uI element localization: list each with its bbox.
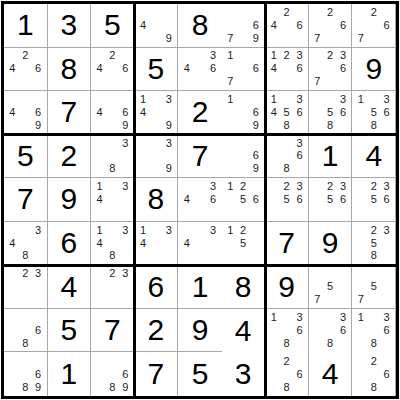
candidate-2: 2	[280, 180, 293, 193]
cell-r6c1[interactable]: 348	[4, 222, 48, 266]
cell-r4c7[interactable]: 368	[265, 135, 309, 179]
cell-r1c1[interactable]: 1	[4, 4, 48, 48]
candidate-1: 1	[354, 311, 367, 324]
cell-r1c2[interactable]: 3	[48, 4, 92, 48]
cell-r7c8[interactable]: 57	[309, 265, 353, 309]
cell-r3c7[interactable]: 134568	[265, 91, 309, 135]
candidate-6: 6	[380, 106, 393, 119]
cell-r3c3[interactable]: 469	[91, 91, 135, 135]
candidate-9: 9	[119, 119, 132, 132]
cell-value: 5	[17, 141, 34, 171]
pencil-marks: 679	[223, 5, 264, 46]
candidate-5: 5	[367, 193, 380, 206]
candidate-6: 6	[293, 19, 306, 32]
cell-r5c9[interactable]: 2356	[352, 178, 396, 222]
cell-value: 6	[60, 228, 77, 258]
candidate-7: 7	[311, 32, 324, 45]
candidate-2: 2	[280, 50, 293, 63]
candidate-3: 3	[119, 180, 132, 193]
cell-value: 4	[235, 316, 252, 346]
cell-value: 8	[60, 54, 77, 84]
pencil-marks: 134568	[266, 92, 307, 133]
candidate-3: 3	[119, 137, 132, 150]
cell-r1c8[interactable]: 267	[309, 4, 353, 48]
cell-r7c5[interactable]: 1	[178, 265, 222, 309]
pencil-marks: 469	[5, 92, 46, 133]
candidate-2: 2	[19, 50, 32, 63]
candidate-6: 6	[337, 62, 350, 75]
candidate-8: 8	[324, 119, 337, 132]
cell-r7c4[interactable]: 6	[135, 265, 179, 309]
candidate-8: 8	[106, 249, 119, 262]
cell-value: 4	[60, 272, 77, 302]
candidate-3: 3	[119, 267, 132, 280]
cell-value: 9	[60, 184, 77, 214]
cell-r9c9[interactable]: 268	[352, 352, 396, 396]
candidate-8: 8	[280, 162, 293, 175]
candidate-2: 2	[324, 50, 337, 63]
candidate-7: 7	[224, 75, 237, 88]
cell-r3c4[interactable]: 1349	[135, 91, 179, 135]
pencil-marks: 246	[5, 49, 46, 90]
candidate-6: 6	[380, 368, 393, 381]
pencil-marks: 246	[266, 5, 307, 46]
cell-r3c6[interactable]: 169	[222, 91, 266, 135]
cell-value: 9	[192, 315, 209, 345]
pencil-marks: 2356	[353, 179, 394, 220]
pencil-marks: 246	[92, 49, 133, 90]
candidate-6: 6	[32, 324, 45, 337]
candidate-6: 6	[293, 62, 306, 75]
candidate-3: 3	[207, 50, 220, 63]
candidate-4: 4	[137, 237, 150, 250]
pencil-marks: 34	[179, 223, 221, 264]
candidate-4: 4	[93, 193, 106, 206]
candidate-6: 6	[293, 150, 306, 163]
candidate-1: 1	[224, 180, 237, 193]
cell-value: 8	[192, 10, 209, 40]
candidate-6: 6	[380, 324, 393, 337]
pencil-marks: 57	[353, 266, 394, 307]
candidate-1: 1	[93, 224, 106, 237]
cell-value: 4	[322, 359, 339, 389]
pencil-marks: 268	[353, 353, 394, 395]
cell-value: 8	[148, 184, 165, 214]
candidate-4: 4	[180, 237, 193, 250]
cell-r2c2[interactable]: 8	[48, 48, 92, 92]
candidate-1: 1	[137, 93, 150, 106]
cell-r1c7[interactable]: 246	[265, 4, 309, 48]
cell-r2c6[interactable]: 167	[222, 48, 266, 92]
candidate-5: 5	[324, 106, 337, 119]
candidate-3: 3	[337, 50, 350, 63]
candidate-6: 6	[32, 62, 45, 75]
cell-value: 1	[60, 359, 77, 389]
candidate-1: 1	[267, 93, 280, 106]
cell-r8c4[interactable]: 2	[135, 309, 179, 353]
candidate-2: 2	[280, 354, 293, 367]
cell-value: 3	[235, 359, 252, 389]
candidate-7: 7	[354, 293, 367, 306]
cell-r5c1[interactable]: 7	[4, 178, 48, 222]
candidate-3: 3	[119, 224, 132, 237]
cell-r6c4[interactable]: 134	[135, 222, 179, 266]
cell-value: 9	[322, 228, 339, 258]
candidate-6: 6	[119, 62, 132, 75]
cell-r6c2[interactable]: 6	[48, 222, 92, 266]
candidate-5: 5	[237, 237, 250, 250]
cell-r8c1[interactable]: 68	[4, 309, 48, 353]
sudoku-app: 1354986792462672672468246534616712346236…	[0, 0, 400, 400]
candidate-2: 2	[324, 6, 337, 19]
cell-r6c7[interactable]: 7	[265, 222, 309, 266]
candidate-3: 3	[32, 267, 45, 280]
cell-value: 4	[365, 141, 382, 171]
candidate-9: 9	[32, 381, 45, 394]
cell-r9c5[interactable]: 5	[178, 352, 222, 396]
cell-r9c8[interactable]: 4	[309, 352, 353, 396]
cell-r7c2[interactable]: 4	[48, 265, 92, 309]
pencil-marks: 69	[223, 136, 264, 177]
candidate-6: 6	[249, 19, 262, 32]
pencil-marks: 2356	[310, 179, 351, 220]
candidate-1: 1	[224, 50, 237, 63]
candidate-9: 9	[249, 119, 262, 132]
cell-value: 9	[278, 272, 295, 302]
candidate-1: 1	[137, 224, 150, 237]
pencil-marks: 689	[92, 353, 133, 395]
cell-value: 7	[104, 315, 121, 345]
candidate-3: 3	[337, 311, 350, 324]
pencil-marks: 167	[223, 49, 264, 90]
pencil-marks: 1368	[353, 310, 394, 352]
pencil-marks: 23	[5, 266, 46, 307]
candidate-8: 8	[367, 119, 380, 132]
candidate-6: 6	[337, 106, 350, 119]
cell-r8c2[interactable]: 5	[48, 309, 92, 353]
candidate-2: 2	[106, 50, 119, 63]
pencil-marks: 469	[92, 92, 133, 133]
pencil-marks: 134	[136, 223, 177, 264]
cell-r8c3[interactable]: 7	[91, 309, 135, 353]
cell-value: 1	[322, 141, 339, 171]
cell-r2c5[interactable]: 346	[178, 48, 222, 92]
candidate-6: 6	[293, 106, 306, 119]
cell-r7c7[interactable]: 9	[265, 265, 309, 309]
candidate-2: 2	[237, 224, 250, 237]
cell-r9c4[interactable]: 7	[135, 352, 179, 396]
cell-r6c3[interactable]: 1348	[91, 222, 135, 266]
candidate-8: 8	[106, 381, 119, 394]
cell-r9c3[interactable]: 689	[91, 352, 135, 396]
candidate-9: 9	[162, 162, 175, 175]
cell-r8c7[interactable]: 1368	[265, 309, 309, 353]
candidate-3: 3	[293, 137, 306, 150]
candidate-6: 6	[207, 62, 220, 75]
pencil-marks: 689	[5, 353, 46, 395]
candidate-2: 2	[237, 180, 250, 193]
cell-r9c2[interactable]: 1	[48, 352, 92, 396]
candidate-6: 6	[249, 106, 262, 119]
candidate-5: 5	[237, 193, 250, 206]
candidate-5: 5	[280, 106, 293, 119]
candidate-1: 1	[354, 93, 367, 106]
candidate-8: 8	[324, 337, 337, 350]
candidate-9: 9	[249, 162, 262, 175]
pencil-marks: 3568	[310, 92, 351, 133]
pencil-marks: 268	[266, 353, 307, 395]
pencil-marks: 38	[92, 136, 133, 177]
candidate-2: 2	[367, 354, 380, 367]
cell-r8c9[interactable]: 1368	[352, 309, 396, 353]
candidate-6: 6	[337, 19, 350, 32]
candidate-6: 6	[32, 106, 45, 119]
cell-r4c6[interactable]: 69	[222, 135, 266, 179]
cell-r2c9[interactable]: 9	[352, 48, 396, 92]
candidate-3: 3	[380, 180, 393, 193]
candidate-6: 6	[293, 324, 306, 337]
cell-r1c3[interactable]: 5	[91, 4, 135, 48]
candidate-8: 8	[19, 337, 32, 350]
pencil-marks: 2356	[266, 179, 307, 220]
pencil-marks: 348	[5, 223, 46, 264]
cell-value: 5	[192, 359, 209, 389]
candidate-9: 9	[119, 381, 132, 394]
candidate-1: 1	[93, 180, 106, 193]
candidate-5: 5	[280, 193, 293, 206]
pencil-marks: 68	[5, 310, 46, 351]
candidate-9: 9	[162, 119, 175, 132]
candidate-6: 6	[207, 193, 220, 206]
candidate-8: 8	[280, 381, 293, 394]
candidate-8: 8	[280, 337, 293, 350]
cell-value: 9	[365, 54, 382, 84]
cell-r4c1[interactable]: 5	[4, 135, 48, 179]
candidate-8: 8	[367, 249, 380, 262]
pencil-marks: 346	[179, 49, 221, 90]
pencil-marks: 1368	[266, 310, 307, 352]
candidate-3: 3	[293, 93, 306, 106]
candidate-6: 6	[249, 193, 262, 206]
cell-r4c5[interactable]: 7	[178, 135, 222, 179]
pencil-marks: 39	[136, 136, 177, 177]
cell-r5c5[interactable]: 346	[178, 178, 222, 222]
candidate-5: 5	[324, 193, 337, 206]
cell-value: 2	[60, 141, 77, 171]
pencil-marks: 1256	[223, 179, 264, 220]
cell-value: 7	[192, 141, 209, 171]
pencil-marks: 13568	[353, 92, 394, 133]
cell-value: 5	[148, 54, 165, 84]
pencil-marks: 134	[92, 179, 133, 220]
candidate-2: 2	[280, 6, 293, 19]
cell-r5c7[interactable]: 2356	[265, 178, 309, 222]
cell-r7c9[interactable]: 57	[352, 265, 396, 309]
cell-r5c8[interactable]: 2356	[309, 178, 353, 222]
candidate-1: 1	[267, 50, 280, 63]
candidate-2: 2	[19, 267, 32, 280]
cell-value: 3	[60, 10, 77, 40]
candidate-2: 2	[367, 6, 380, 19]
candidate-6: 6	[249, 62, 262, 75]
pencil-marks: 169	[223, 92, 264, 133]
candidate-2: 2	[367, 180, 380, 193]
cell-r9c1[interactable]: 689	[4, 352, 48, 396]
candidate-3: 3	[380, 93, 393, 106]
pencil-marks: 346	[179, 179, 221, 220]
candidate-4: 4	[137, 19, 150, 32]
candidate-4: 4	[137, 106, 150, 119]
candidate-3: 3	[162, 224, 175, 237]
sudoku-board: 1354986792462672672468246534616712346236…	[1, 1, 399, 399]
cell-r3c8[interactable]: 3568	[309, 91, 353, 135]
cell-r5c3[interactable]: 134	[91, 178, 135, 222]
pencil-marks: 368	[310, 310, 351, 352]
cell-value: 8	[235, 272, 252, 302]
cell-r4c2[interactable]: 2	[48, 135, 92, 179]
cell-r2c8[interactable]: 2367	[309, 48, 353, 92]
candidate-6: 6	[119, 368, 132, 381]
cell-r1c5[interactable]: 8	[178, 4, 222, 48]
pencil-marks: 125	[223, 223, 264, 264]
cell-r5c4[interactable]: 8	[135, 178, 179, 222]
cell-r6c9[interactable]: 2358	[352, 222, 396, 266]
cell-r6c5[interactable]: 34	[178, 222, 222, 266]
candidate-3: 3	[337, 93, 350, 106]
cell-r2c3[interactable]: 246	[91, 48, 135, 92]
pencil-marks: 49	[136, 5, 177, 46]
pencil-marks: 12346	[266, 49, 307, 90]
cell-r3c9[interactable]: 13568	[352, 91, 396, 135]
cell-value: 1	[17, 10, 34, 40]
cell-value: 7	[60, 97, 77, 127]
candidate-6: 6	[337, 193, 350, 206]
candidate-8: 8	[280, 119, 293, 132]
candidate-6: 6	[32, 368, 45, 381]
candidate-6: 6	[249, 150, 262, 163]
candidate-4: 4	[6, 237, 19, 250]
cell-value: 2	[148, 315, 165, 345]
candidate-2: 2	[106, 267, 119, 280]
candidate-8: 8	[367, 381, 380, 394]
candidate-4: 4	[93, 62, 106, 75]
candidate-4: 4	[93, 237, 106, 250]
cell-r4c8[interactable]: 1	[309, 135, 353, 179]
cell-r5c6[interactable]: 1256	[222, 178, 266, 222]
cell-value: 5	[60, 315, 77, 345]
cell-r3c1[interactable]: 469	[4, 91, 48, 135]
cell-r8c5[interactable]: 9	[178, 309, 222, 353]
candidate-5: 5	[367, 106, 380, 119]
candidate-4: 4	[93, 106, 106, 119]
candidate-3: 3	[380, 311, 393, 324]
cell-r7c1[interactable]: 23	[4, 265, 48, 309]
cell-r1c6[interactable]: 679	[222, 4, 266, 48]
candidate-8: 8	[19, 381, 32, 394]
pencil-marks: 23	[92, 266, 133, 307]
candidate-9: 9	[249, 32, 262, 45]
candidate-4: 4	[6, 62, 19, 75]
candidate-2: 2	[324, 180, 337, 193]
cell-r1c4[interactable]: 49	[135, 4, 179, 48]
candidate-3: 3	[207, 180, 220, 193]
cell-value: 7	[17, 184, 34, 214]
candidate-6: 6	[380, 193, 393, 206]
cell-r6c6[interactable]: 125	[222, 222, 266, 266]
candidate-3: 3	[293, 50, 306, 63]
cell-value: 6	[148, 272, 165, 302]
candidate-6: 6	[380, 19, 393, 32]
candidate-1: 1	[224, 224, 237, 237]
cell-r3c2[interactable]: 7	[48, 91, 92, 135]
pencil-marks: 267	[353, 5, 394, 46]
cell-r4c9[interactable]: 4	[352, 135, 396, 179]
candidate-8: 8	[367, 337, 380, 350]
cell-r8c6[interactable]: 4	[222, 309, 266, 353]
candidate-3: 3	[293, 180, 306, 193]
cell-r8c8[interactable]: 368	[309, 309, 353, 353]
candidate-3: 3	[32, 224, 45, 237]
candidate-2: 2	[367, 224, 380, 237]
candidate-6: 6	[293, 368, 306, 381]
candidate-6: 6	[119, 106, 132, 119]
candidate-8: 8	[106, 162, 119, 175]
candidate-5: 5	[324, 280, 337, 293]
candidate-8: 8	[19, 249, 32, 262]
candidate-4: 4	[180, 193, 193, 206]
pencil-marks: 368	[266, 136, 307, 177]
candidate-4: 4	[180, 62, 193, 75]
cell-r9c7[interactable]: 268	[265, 352, 309, 396]
candidate-4: 4	[6, 106, 19, 119]
pencil-marks: 267	[310, 5, 351, 46]
candidate-3: 3	[162, 93, 175, 106]
cell-r5c2[interactable]: 9	[48, 178, 92, 222]
candidate-7: 7	[311, 293, 324, 306]
candidate-7: 7	[311, 75, 324, 88]
candidate-4: 4	[267, 106, 280, 119]
candidate-6: 6	[293, 193, 306, 206]
cell-r9c6[interactable]: 3	[222, 352, 266, 396]
candidate-3: 3	[207, 224, 220, 237]
pencil-marks: 2358	[353, 223, 394, 264]
cell-value: 5	[104, 10, 121, 40]
candidate-4: 4	[267, 19, 280, 32]
candidate-6: 6	[337, 324, 350, 337]
candidate-1: 1	[267, 311, 280, 324]
candidate-3: 3	[337, 180, 350, 193]
cell-r2c7[interactable]: 12346	[265, 48, 309, 92]
cell-r4c4[interactable]: 39	[135, 135, 179, 179]
pencil-marks: 1349	[136, 92, 177, 133]
cell-r1c9[interactable]: 267	[352, 4, 396, 48]
candidate-7: 7	[224, 32, 237, 45]
cell-value: 7	[148, 359, 165, 389]
candidate-5: 5	[367, 280, 380, 293]
cell-r7c6[interactable]: 8	[222, 265, 266, 309]
cell-r2c4[interactable]: 5	[135, 48, 179, 92]
candidate-3: 3	[162, 137, 175, 150]
pencil-marks: 57	[310, 266, 351, 307]
cell-r7c3[interactable]: 23	[91, 265, 135, 309]
cell-r2c1[interactable]: 246	[4, 48, 48, 92]
cell-value: 1	[192, 272, 209, 302]
cell-r4c3[interactable]: 38	[91, 135, 135, 179]
candidate-3: 3	[380, 224, 393, 237]
cell-r3c5[interactable]: 2	[178, 91, 222, 135]
cell-r6c8[interactable]: 9	[309, 222, 353, 266]
cell-value: 7	[278, 228, 295, 258]
